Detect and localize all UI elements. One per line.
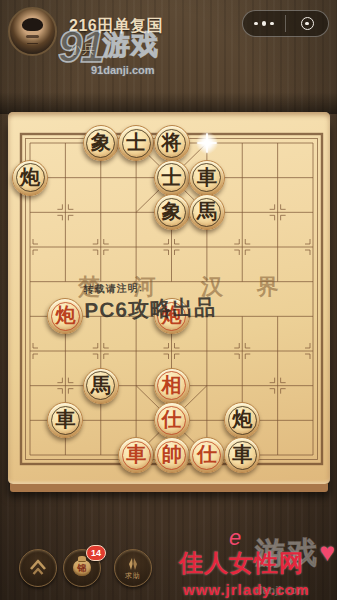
xiangqi-board[interactable]: 楚 河 汉 界 象士将炮士車象馬炮炮馬相車仕炮車帥仕車 bbox=[8, 112, 330, 484]
chevrons-up-icon bbox=[27, 557, 49, 579]
piece-red-炮-c4r5[interactable]: 炮 bbox=[154, 298, 190, 334]
board-top-shadow bbox=[0, 92, 337, 114]
piece-glyph: 車 bbox=[197, 167, 217, 187]
piece-glyph: 炮 bbox=[20, 167, 40, 187]
piece-glyph: 相 bbox=[162, 375, 182, 395]
piece-black-馬-c5r2[interactable]: 馬 bbox=[189, 194, 225, 230]
piece-glyph: 仕 bbox=[162, 409, 182, 429]
hint-count-badge: 14 bbox=[86, 545, 106, 561]
watermark-jrlady: 游戏 danji.com e 佳人女性网 ♥ www.jrlady.com bbox=[177, 525, 337, 600]
hint-bag-button[interactable]: 锦 14 bbox=[63, 549, 101, 587]
piece-red-仕-c5r9[interactable]: 仕 bbox=[189, 437, 225, 473]
piece-glyph: 車 bbox=[232, 444, 252, 464]
piece-glyph: 将 bbox=[162, 132, 182, 152]
close-minimize-icon[interactable] bbox=[286, 17, 328, 30]
praying-hands-icon bbox=[124, 557, 142, 571]
ask-help-button[interactable]: 求助 bbox=[114, 549, 152, 587]
piece-glyph: 仕 bbox=[197, 444, 217, 464]
level-title: 216田单复国 bbox=[69, 16, 163, 37]
piece-black-士-c4r1[interactable]: 士 bbox=[154, 160, 190, 196]
piece-black-将-c4r0[interactable]: 将 bbox=[154, 125, 190, 161]
piece-black-象-c2r0[interactable]: 象 bbox=[83, 125, 119, 161]
player-avatar bbox=[8, 7, 57, 56]
piece-black-馬-c2r7[interactable]: 馬 bbox=[83, 368, 119, 404]
difficulty-label: 小兵 bbox=[69, 40, 95, 58]
piece-black-車-c6r9[interactable]: 車 bbox=[224, 437, 260, 473]
piece-glyph: 炮 bbox=[55, 305, 75, 325]
piece-glyph: 帥 bbox=[162, 444, 182, 464]
piece-glyph: 車 bbox=[126, 444, 146, 464]
piece-glyph: 炮 bbox=[162, 305, 182, 325]
piece-glyph: 象 bbox=[91, 132, 111, 152]
piece-glyph: 車 bbox=[55, 409, 75, 429]
piece-black-士-c3r0[interactable]: 士 bbox=[118, 125, 154, 161]
piece-glyph: 炮 bbox=[232, 409, 252, 429]
piece-black-象-c4r2[interactable]: 象 bbox=[154, 194, 190, 230]
piece-red-相-c4r7[interactable]: 相 bbox=[154, 368, 190, 404]
help-label: 求助 bbox=[125, 572, 141, 579]
top-bar: 216田单复国 小兵 91游戏 91danji.com bbox=[0, 0, 337, 92]
piece-glyph: 馬 bbox=[91, 375, 111, 395]
wechat-capsule bbox=[242, 10, 329, 37]
piece-black-炮-c0r1[interactable]: 炮 bbox=[12, 160, 48, 196]
piece-red-車-c3r9[interactable]: 車 bbox=[118, 437, 154, 473]
piece-red-仕-c4r8[interactable]: 仕 bbox=[154, 402, 190, 438]
piece-black-車-c5r1[interactable]: 車 bbox=[189, 160, 225, 196]
brocade-bag-icon: 锦 bbox=[73, 560, 91, 576]
piece-glyph: 象 bbox=[162, 201, 182, 221]
more-options-icon[interactable] bbox=[243, 21, 285, 26]
piece-glyph: 士 bbox=[126, 132, 146, 152]
piece-red-帥-c4r9[interactable]: 帥 bbox=[154, 437, 190, 473]
menu-collapse-button[interactable] bbox=[19, 549, 57, 587]
piece-glyph: 士 bbox=[162, 167, 182, 187]
piece-glyph: 馬 bbox=[197, 201, 217, 221]
